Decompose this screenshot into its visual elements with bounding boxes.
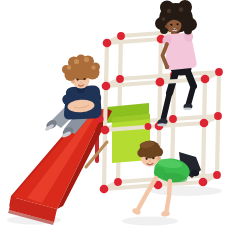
girl-eye-left: [170, 24, 172, 26]
tube-rcube-back-post: [217, 72, 219, 175]
tube-front-left-post-lower: [104, 130, 105, 189]
girl-left-hand: [165, 65, 170, 70]
girl-sole-left: [157, 123, 167, 126]
connector-joint: [199, 178, 208, 187]
connector-joint: [200, 119, 209, 128]
boy-nose: [149, 160, 151, 162]
connector-joint: [117, 32, 125, 40]
connector-joint: [103, 39, 112, 48]
connector-joint: [114, 178, 122, 186]
girl-sole-right: [183, 108, 191, 111]
product-photo: [0, 0, 235, 235]
connector-joint: [201, 75, 210, 84]
boy-ear: [157, 157, 161, 161]
toddler-nose: [80, 82, 82, 84]
boy-eye-left: [145, 158, 147, 160]
toddler-eye-left: [76, 78, 78, 80]
connector-joint: [101, 126, 110, 135]
connector-joint: [116, 75, 124, 83]
girl-ear: [165, 25, 169, 29]
connector-joint: [214, 112, 222, 120]
connector-joint: [156, 78, 165, 87]
connector-joint: [100, 185, 109, 194]
connector-joint: [102, 82, 111, 91]
connector-joint: [215, 68, 223, 76]
connector-joint: [169, 115, 177, 123]
boy-eye-right: [152, 157, 154, 159]
tube-rcube-front-post: [203, 79, 205, 182]
connector-joint: [213, 171, 221, 179]
tube-rcube-ground-front: [158, 182, 203, 185]
connector-bar-clamp: [145, 123, 152, 130]
toddler-eye-right: [83, 78, 85, 80]
girl-eye-right: [177, 23, 179, 25]
shadow-under-hands: [122, 217, 178, 226]
toddler-sleeve-right: [91, 93, 101, 103]
